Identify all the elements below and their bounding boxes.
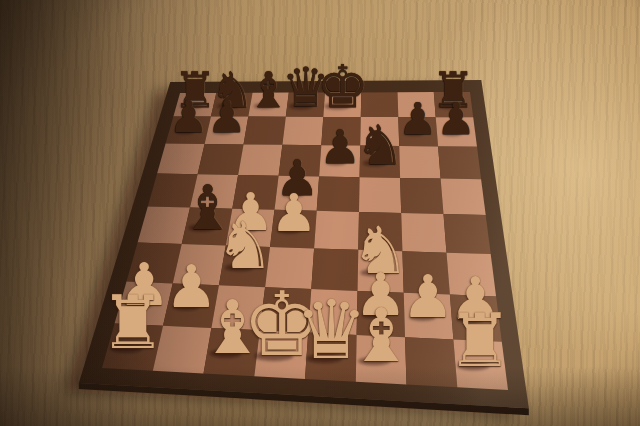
square-g6[interactable] — [399, 146, 440, 179]
square-g5[interactable] — [400, 178, 443, 214]
square-e5[interactable] — [317, 176, 360, 212]
white-pawn-d4[interactable]: ♟ — [270, 187, 317, 239]
black-knight-f6[interactable]: ♞ — [355, 118, 404, 173]
square-b6[interactable] — [198, 144, 244, 175]
square-h5[interactable] — [441, 179, 486, 216]
square-c7[interactable] — [244, 117, 286, 145]
white-knight-c3[interactable]: ♞ — [216, 213, 274, 278]
white-rook-h1[interactable]: ♜ — [447, 304, 513, 378]
white-rook-a1[interactable]: ♜ — [100, 286, 166, 360]
black-pawn-b7[interactable]: ♟ — [207, 96, 246, 140]
square-d7[interactable] — [282, 117, 323, 146]
black-pawn-h7[interactable]: ♟ — [436, 97, 475, 141]
square-h6[interactable] — [438, 146, 481, 179]
square-h4[interactable] — [444, 214, 491, 254]
square-f5[interactable] — [359, 177, 401, 213]
black-king-e8[interactable]: ♚ — [316, 57, 369, 116]
black-pawn-a7[interactable]: ♟ — [169, 95, 208, 139]
white-bishop-f1[interactable]: ♝ — [348, 299, 414, 373]
table-scene: ♜♞♝♛♚♜♟♟♟♟♟♞♟♝♟♟♞♞♟♟♟♟♟♜♝♚♛♝♜ — [0, 0, 640, 426]
